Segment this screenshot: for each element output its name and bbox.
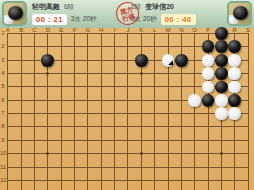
column-label: P <box>205 27 212 33</box>
game-header: 轻明高殿 6段 00 : 21 3次 20秒 黑方 行棋 6段 变珍倌20 3次… <box>0 0 254 29</box>
black-player-timer: 00 : 21 <box>32 14 67 25</box>
row-label: 12 <box>0 177 6 183</box>
stone-black-Q2 <box>215 40 228 53</box>
star-point <box>140 72 143 75</box>
stone-black-R6 <box>228 94 241 107</box>
black-player-avatar[interactable] <box>2 1 27 26</box>
column-label: O <box>191 27 198 33</box>
column-label: H <box>98 27 105 33</box>
row-label: 9 <box>0 137 6 143</box>
grid-line-horizontal <box>7 153 248 154</box>
white-player-timer: 00 : 40 <box>161 14 196 25</box>
black-player-info: 轻明高殿 6段 00 : 21 3次 20秒 <box>32 1 117 27</box>
go-app-screen: 轻明高殿 6段 00 : 21 3次 20秒 黑方 行棋 6段 变珍倌20 3次… <box>0 0 254 190</box>
column-label: C <box>31 27 38 33</box>
avatar-black-stone-icon <box>233 6 248 20</box>
star-point <box>140 152 143 155</box>
white-player-avatar[interactable] <box>227 1 252 26</box>
row-label: 5 <box>0 83 6 89</box>
column-label: S <box>245 27 252 33</box>
go-board[interactable]: ABCDEFGHIJKLMNOPQRS12345678910111213 <box>0 28 254 190</box>
row-label: 10 <box>0 150 6 156</box>
stone-white-P4 <box>202 67 215 80</box>
stone-black-K3 <box>135 54 148 67</box>
column-label: F <box>71 27 78 33</box>
column-label: I <box>111 27 118 33</box>
stone-white-R7 <box>228 107 241 120</box>
stone-white-Q6 <box>215 94 228 107</box>
column-label: R <box>231 27 238 33</box>
row-label: 6 <box>0 97 6 103</box>
row-label: 7 <box>0 110 6 116</box>
grid-line-horizontal <box>7 140 248 141</box>
column-label: G <box>84 27 91 33</box>
stone-black-Q1 <box>215 27 228 40</box>
white-player-info: 6段 变珍倌20 3次 20秒 00 : 40 <box>131 1 223 27</box>
row-label: 3 <box>0 57 6 63</box>
column-label: K <box>138 27 145 33</box>
column-label: N <box>178 27 185 33</box>
star-point <box>46 152 49 155</box>
column-label: J <box>124 27 131 33</box>
black-player-byoyomi: 3次 20秒 <box>71 15 97 24</box>
avatar-black-stone-icon <box>8 6 23 20</box>
stone-white-Q7 <box>215 107 228 120</box>
row-label: 11 <box>0 164 6 170</box>
stone-black-N3 <box>175 54 188 67</box>
grid-line-horizontal <box>7 113 248 114</box>
grid-line-horizontal <box>7 33 248 34</box>
stone-white-R3 <box>228 54 241 67</box>
stone-black-P6 <box>202 94 215 107</box>
column-label: B <box>18 27 25 33</box>
column-label: D <box>44 27 51 33</box>
row-label: 8 <box>0 123 6 129</box>
row-label: 4 <box>0 70 6 76</box>
row-label: 2 <box>0 43 6 49</box>
stone-black-P2 <box>202 40 215 53</box>
grid-line-horizontal <box>7 167 248 168</box>
stone-white-P3 <box>202 54 215 67</box>
stone-black-Q4 <box>215 67 228 80</box>
stone-white-O6 <box>188 94 201 107</box>
row-label: 1 <box>0 30 6 36</box>
column-label: E <box>58 27 65 33</box>
grid-line-horizontal <box>7 180 248 181</box>
column-label: L <box>151 27 158 33</box>
black-player-rank: 6段 <box>64 3 74 12</box>
white-player-byoyomi: 3次 20秒 <box>131 15 157 24</box>
stone-white-P5 <box>202 81 215 94</box>
star-point <box>46 72 49 75</box>
stone-black-R2 <box>228 40 241 53</box>
white-player-rank: 6段 <box>131 3 141 12</box>
column-label: M <box>165 27 172 33</box>
grid-line-horizontal <box>7 126 248 127</box>
star-point <box>220 152 223 155</box>
stone-black-D3 <box>41 54 54 67</box>
white-player-name: 变珍倌20 <box>145 2 174 12</box>
stone-black-Q5 <box>215 81 228 94</box>
stone-white-R4 <box>228 67 241 80</box>
stone-white-R5 <box>228 81 241 94</box>
stone-black-Q3 <box>215 54 228 67</box>
black-player-name: 轻明高殿 <box>32 2 60 12</box>
